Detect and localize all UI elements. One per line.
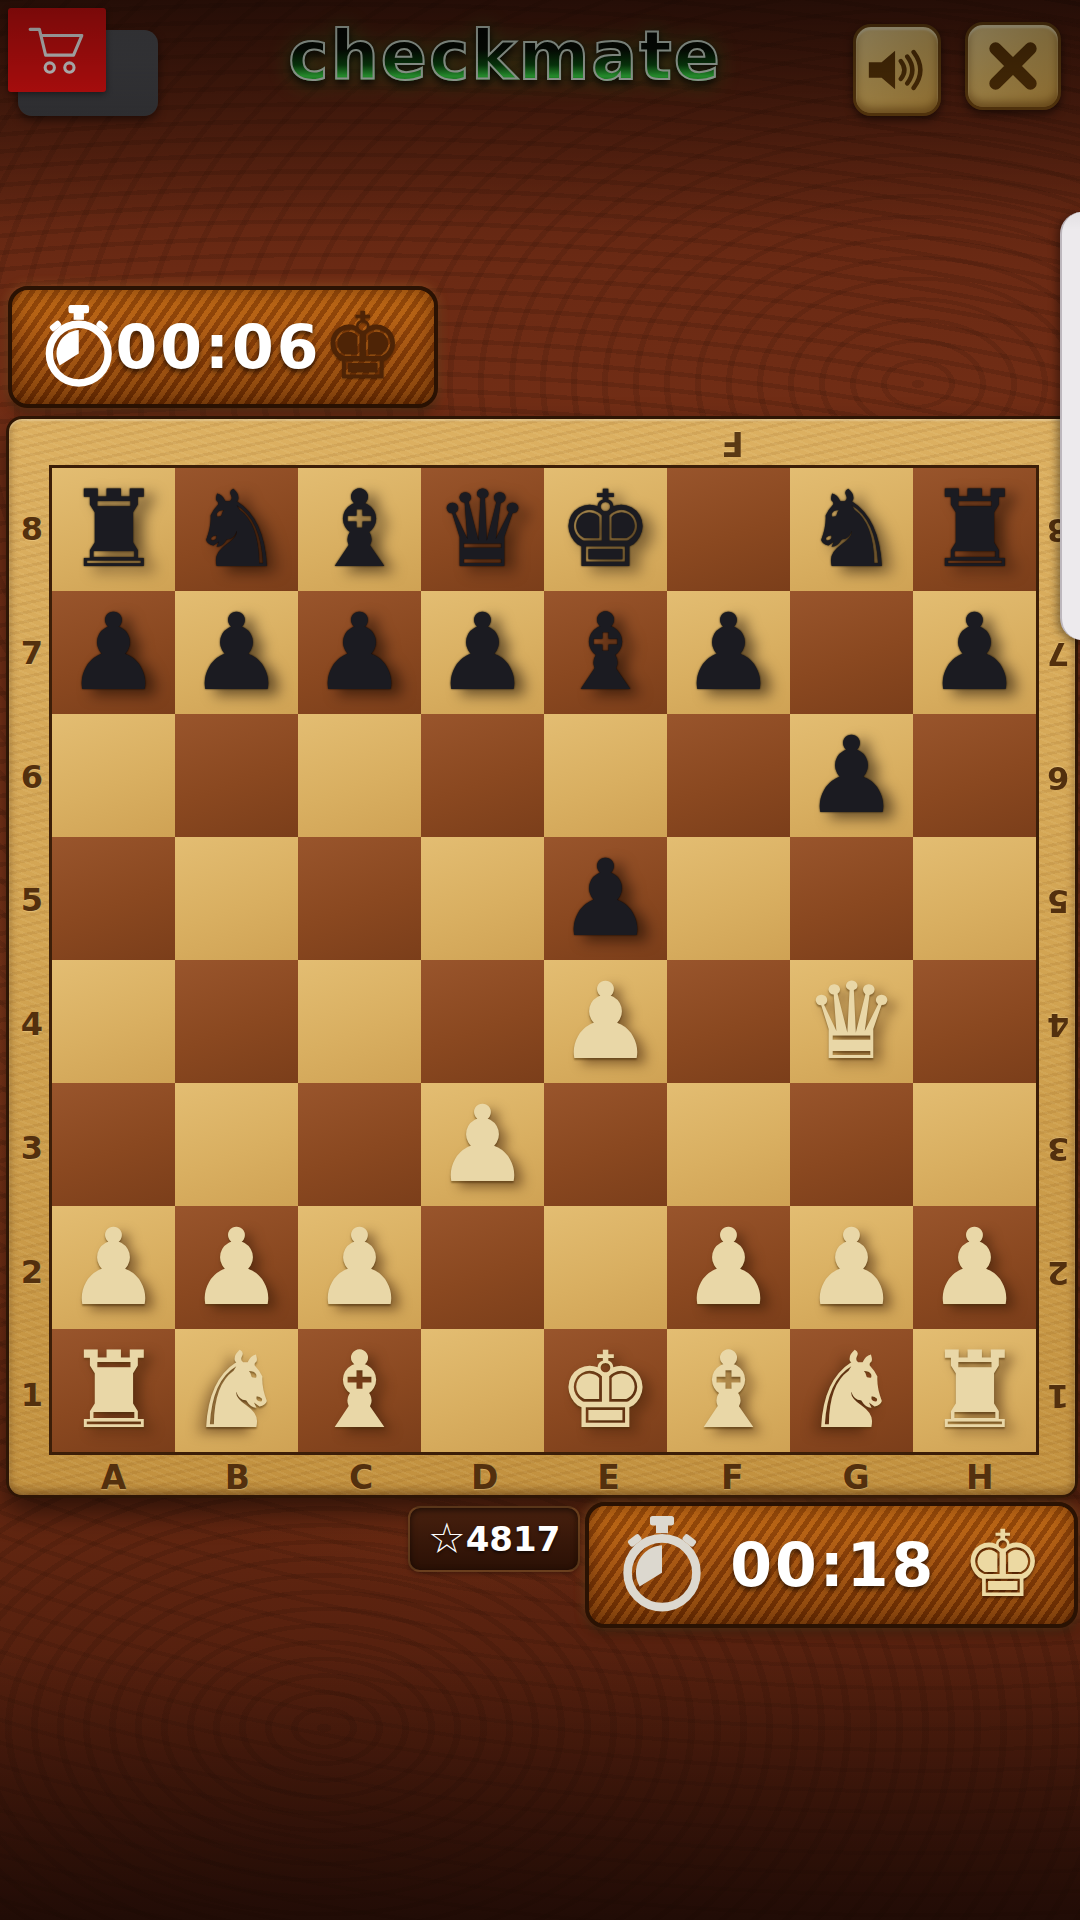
square-e1[interactable]: ♚ bbox=[544, 1329, 667, 1452]
rank-label-right-3: 3 bbox=[1041, 1087, 1075, 1210]
black-bishop-e7[interactable]: ♝ bbox=[558, 591, 653, 714]
white-pawn-f2[interactable]: ♟ bbox=[681, 1206, 776, 1329]
square-b1[interactable]: ♞ bbox=[175, 1329, 298, 1452]
black-rook-a8[interactable]: ♜ bbox=[66, 468, 161, 591]
white-knight-g1[interactable]: ♞ bbox=[804, 1329, 899, 1452]
black-pawn-d7[interactable]: ♟ bbox=[435, 591, 530, 714]
square-d7[interactable]: ♟ bbox=[421, 591, 544, 714]
square-a5[interactable] bbox=[52, 837, 175, 960]
black-rook-h8[interactable]: ♜ bbox=[927, 468, 1022, 591]
white-pawn-d3[interactable]: ♟ bbox=[435, 1083, 530, 1206]
white-queen-g4[interactable]: ♛ bbox=[804, 960, 899, 1083]
square-b8[interactable]: ♞ bbox=[175, 468, 298, 591]
square-c4[interactable] bbox=[298, 960, 421, 1083]
white-pawn-a2[interactable]: ♟ bbox=[66, 1206, 161, 1329]
square-c1[interactable]: ♝ bbox=[298, 1329, 421, 1452]
square-b2[interactable]: ♟ bbox=[175, 1206, 298, 1329]
square-e5[interactable]: ♟ bbox=[544, 837, 667, 960]
rank-label-right-4: 4 bbox=[1041, 963, 1075, 1086]
file-label-e: E bbox=[547, 1457, 670, 1499]
black-pawn-a7[interactable]: ♟ bbox=[66, 591, 161, 714]
black-knight-b8[interactable]: ♞ bbox=[189, 468, 284, 591]
square-c2[interactable]: ♟ bbox=[298, 1206, 421, 1329]
square-f4[interactable] bbox=[667, 960, 790, 1083]
square-h2[interactable]: ♟ bbox=[913, 1206, 1036, 1329]
white-clock-time: 00:18 bbox=[730, 1530, 936, 1600]
chess-board-frame: ♜♞♝♛♚♞♜♟♟♟♟♝♟♟♟♟♟♛♟♟♟♟♟♟♟♜♞♝♚♝♞♜ 8877665… bbox=[6, 416, 1078, 1498]
square-g8[interactable]: ♞ bbox=[790, 468, 913, 591]
white-bishop-f1[interactable]: ♝ bbox=[681, 1329, 776, 1452]
file-label-d: D bbox=[423, 1457, 546, 1499]
file-label-b: B bbox=[176, 1457, 299, 1499]
rank-label-right-5: 5 bbox=[1041, 839, 1075, 962]
black-knight-g8[interactable]: ♞ bbox=[804, 468, 899, 591]
square-g7[interactable] bbox=[790, 591, 913, 714]
black-pawn-b7[interactable]: ♟ bbox=[189, 591, 284, 714]
white-clock-panel: 00:18 ♚ bbox=[585, 1502, 1078, 1628]
square-g6[interactable]: ♟ bbox=[790, 714, 913, 837]
side-drawer-edge[interactable] bbox=[1060, 212, 1080, 640]
square-d2[interactable] bbox=[421, 1206, 544, 1329]
square-f8[interactable] bbox=[667, 468, 790, 591]
file-label-c: C bbox=[300, 1457, 423, 1499]
square-d3[interactable]: ♟ bbox=[421, 1083, 544, 1206]
square-h6[interactable] bbox=[913, 714, 1036, 837]
score-value: 4817 bbox=[466, 1519, 561, 1559]
rank-label-left-2: 2 bbox=[15, 1211, 49, 1334]
square-h5[interactable] bbox=[913, 837, 1036, 960]
square-h3[interactable] bbox=[913, 1083, 1036, 1206]
square-g1[interactable]: ♞ bbox=[790, 1329, 913, 1452]
square-f5[interactable] bbox=[667, 837, 790, 960]
black-pawn-g6[interactable]: ♟ bbox=[804, 714, 899, 837]
square-b4[interactable] bbox=[175, 960, 298, 1083]
file-label-h: H bbox=[918, 1457, 1041, 1499]
square-e7[interactable]: ♝ bbox=[544, 591, 667, 714]
square-c6[interactable] bbox=[298, 714, 421, 837]
rank-label-left-8: 8 bbox=[15, 468, 49, 591]
white-pawn-g2[interactable]: ♟ bbox=[804, 1206, 899, 1329]
white-pawn-c2[interactable]: ♟ bbox=[312, 1206, 407, 1329]
black-clock-panel: 00:06 ♚ bbox=[8, 286, 438, 408]
black-bishop-c8[interactable]: ♝ bbox=[312, 468, 407, 591]
white-king-icon: ♚ bbox=[962, 1519, 1044, 1611]
square-d1[interactable] bbox=[421, 1329, 544, 1452]
square-h1[interactable]: ♜ bbox=[913, 1329, 1036, 1452]
score-panel: ☆ 4817 bbox=[408, 1506, 580, 1572]
black-pawn-f7[interactable]: ♟ bbox=[681, 591, 776, 714]
rank-label-left-7: 7 bbox=[15, 592, 49, 715]
white-pawn-h2[interactable]: ♟ bbox=[927, 1206, 1022, 1329]
white-pawn-e4[interactable]: ♟ bbox=[558, 960, 653, 1083]
square-b7[interactable]: ♟ bbox=[175, 591, 298, 714]
square-e2[interactable] bbox=[544, 1206, 667, 1329]
square-a8[interactable]: ♜ bbox=[52, 468, 175, 591]
square-f6[interactable] bbox=[667, 714, 790, 837]
square-e4[interactable]: ♟ bbox=[544, 960, 667, 1083]
file-label-g: G bbox=[795, 1457, 918, 1499]
square-g2[interactable]: ♟ bbox=[790, 1206, 913, 1329]
square-f1[interactable]: ♝ bbox=[667, 1329, 790, 1452]
square-f3[interactable] bbox=[667, 1083, 790, 1206]
square-f7[interactable]: ♟ bbox=[667, 591, 790, 714]
square-h4[interactable] bbox=[913, 960, 1036, 1083]
square-a1[interactable]: ♜ bbox=[52, 1329, 175, 1452]
square-e6[interactable] bbox=[544, 714, 667, 837]
file-label-top-f: F bbox=[671, 423, 794, 463]
stopwatch-icon bbox=[619, 1515, 705, 1615]
rank-label-left-5: 5 bbox=[15, 839, 49, 962]
rank-label-right-1: 1 bbox=[1041, 1334, 1075, 1457]
square-h8[interactable]: ♜ bbox=[913, 468, 1036, 591]
square-a7[interactable]: ♟ bbox=[52, 591, 175, 714]
square-c8[interactable]: ♝ bbox=[298, 468, 421, 591]
square-a2[interactable]: ♟ bbox=[52, 1206, 175, 1329]
white-rook-h1[interactable]: ♜ bbox=[927, 1329, 1022, 1452]
black-king-icon: ♚ bbox=[322, 301, 404, 393]
square-h7[interactable]: ♟ bbox=[913, 591, 1036, 714]
square-e3[interactable] bbox=[544, 1083, 667, 1206]
square-g4[interactable]: ♛ bbox=[790, 960, 913, 1083]
rank-label-left-3: 3 bbox=[15, 1087, 49, 1210]
black-king-e8[interactable]: ♚ bbox=[558, 468, 653, 591]
square-d8[interactable]: ♛ bbox=[421, 468, 544, 591]
white-rook-a1[interactable]: ♜ bbox=[66, 1329, 161, 1452]
square-d4[interactable] bbox=[421, 960, 544, 1083]
square-a4[interactable] bbox=[52, 960, 175, 1083]
square-g3[interactable] bbox=[790, 1083, 913, 1206]
speaker-icon bbox=[865, 42, 929, 98]
black-clock-time: 00:06 bbox=[116, 312, 322, 382]
square-a6[interactable] bbox=[52, 714, 175, 837]
sound-button[interactable] bbox=[853, 24, 941, 116]
file-label-a: A bbox=[52, 1457, 175, 1499]
chess-board: ♜♞♝♛♚♞♜♟♟♟♟♝♟♟♟♟♟♛♟♟♟♟♟♟♟♜♞♝♚♝♞♜ bbox=[49, 465, 1039, 1455]
square-a3[interactable] bbox=[52, 1083, 175, 1206]
square-c3[interactable] bbox=[298, 1083, 421, 1206]
close-button[interactable] bbox=[965, 22, 1061, 110]
file-label-f: F bbox=[671, 1457, 794, 1499]
x-icon bbox=[984, 37, 1042, 95]
rank-label-left-4: 4 bbox=[15, 963, 49, 1086]
white-king-e1[interactable]: ♚ bbox=[558, 1329, 653, 1452]
square-b6[interactable] bbox=[175, 714, 298, 837]
square-d5[interactable] bbox=[421, 837, 544, 960]
rank-label-right-2: 2 bbox=[1041, 1211, 1075, 1334]
square-b3[interactable] bbox=[175, 1083, 298, 1206]
square-c5[interactable] bbox=[298, 837, 421, 960]
square-g5[interactable] bbox=[790, 837, 913, 960]
rank-label-left-6: 6 bbox=[15, 716, 49, 839]
square-f2[interactable]: ♟ bbox=[667, 1206, 790, 1329]
square-d6[interactable] bbox=[421, 714, 544, 837]
rank-label-left-1: 1 bbox=[15, 1334, 49, 1457]
white-bishop-c1[interactable]: ♝ bbox=[312, 1329, 407, 1452]
black-queen-d8[interactable]: ♛ bbox=[435, 468, 530, 591]
square-e8[interactable]: ♚ bbox=[544, 468, 667, 591]
rank-label-right-6: 6 bbox=[1041, 716, 1075, 839]
square-b5[interactable] bbox=[175, 837, 298, 960]
white-knight-b1[interactable]: ♞ bbox=[189, 1329, 284, 1452]
stopwatch-icon bbox=[42, 299, 116, 395]
star-icon: ☆ bbox=[428, 1518, 466, 1560]
black-pawn-c7[interactable]: ♟ bbox=[312, 591, 407, 714]
white-pawn-b2[interactable]: ♟ bbox=[189, 1206, 284, 1329]
game-screen: checkmate 00:06 ♚ ♜♞♝♛♚♞♜♟♟♟♟♝♟♟♟♟♟♛♟♟♟♟… bbox=[0, 0, 1080, 1920]
square-c7[interactable]: ♟ bbox=[298, 591, 421, 714]
black-pawn-h7[interactable]: ♟ bbox=[927, 591, 1022, 714]
black-pawn-e5[interactable]: ♟ bbox=[558, 837, 653, 960]
